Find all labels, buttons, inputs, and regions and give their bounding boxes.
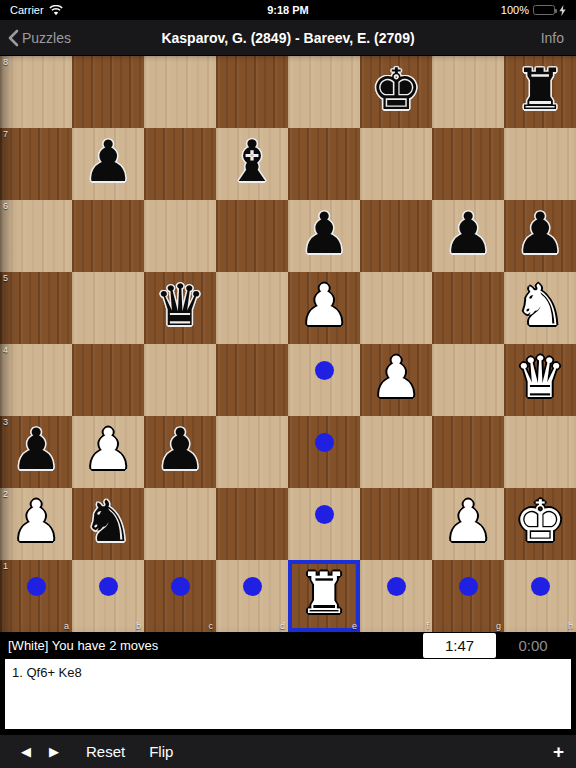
black-rook-h8: ♜ bbox=[514, 53, 565, 125]
square-f4[interactable]: ♟ bbox=[360, 344, 432, 416]
black-knight-b2: ♞ bbox=[82, 485, 133, 557]
square-f6[interactable] bbox=[360, 200, 432, 272]
square-h5[interactable]: ♞ bbox=[504, 272, 576, 344]
add-button[interactable]: + bbox=[553, 742, 564, 761]
square-a3[interactable]: 3♟ bbox=[0, 416, 72, 488]
square-b3[interactable]: ♟ bbox=[72, 416, 144, 488]
square-e4[interactable] bbox=[288, 344, 360, 416]
square-e2[interactable] bbox=[288, 488, 360, 560]
battery-icon bbox=[533, 5, 555, 15]
file-label-g: g bbox=[496, 621, 501, 631]
square-c8[interactable] bbox=[144, 56, 216, 128]
page-title: Kasparov, G. (2849) - Bareev, E. (2709) bbox=[0, 30, 576, 46]
chevron-left-icon bbox=[8, 29, 19, 47]
back-button[interactable]: Puzzles bbox=[0, 29, 71, 47]
ios-status-bar: Carrier 9:18 PM 100% bbox=[0, 0, 576, 20]
move-dot-a1 bbox=[27, 577, 46, 596]
square-a2[interactable]: 2♟ bbox=[0, 488, 72, 560]
square-e5[interactable]: ♟ bbox=[288, 272, 360, 344]
rank-label-8: 8 bbox=[3, 57, 8, 67]
square-c4[interactable] bbox=[144, 344, 216, 416]
rank-label-7: 7 bbox=[3, 129, 8, 139]
clock-label: 9:18 PM bbox=[0, 4, 576, 16]
square-a8[interactable]: 8 bbox=[0, 56, 72, 128]
square-f1[interactable]: f bbox=[360, 560, 432, 632]
square-d8[interactable] bbox=[216, 56, 288, 128]
square-f3[interactable] bbox=[360, 416, 432, 488]
square-h3[interactable] bbox=[504, 416, 576, 488]
square-h4[interactable]: ♛ bbox=[504, 344, 576, 416]
white-pawn-f4: ♟ bbox=[370, 341, 421, 413]
square-c2[interactable] bbox=[144, 488, 216, 560]
file-label-e: e bbox=[352, 621, 357, 631]
square-f2[interactable] bbox=[360, 488, 432, 560]
square-d2[interactable] bbox=[216, 488, 288, 560]
square-b5[interactable] bbox=[72, 272, 144, 344]
rank-label-6: 6 bbox=[3, 201, 8, 211]
charging-bolt-icon bbox=[559, 5, 566, 16]
square-c3[interactable]: ♟ bbox=[144, 416, 216, 488]
square-h8[interactable]: ♜ bbox=[504, 56, 576, 128]
step-forward-button[interactable]: ▶ bbox=[46, 744, 62, 759]
rank-label-2: 2 bbox=[3, 489, 8, 499]
black-pawn-a3: ♟ bbox=[10, 413, 61, 485]
square-a7[interactable]: 7 bbox=[0, 128, 72, 200]
black-pawn-h6: ♟ bbox=[514, 197, 565, 269]
white-rook-e1: ♜ bbox=[298, 557, 349, 629]
white-queen-h4: ♛ bbox=[514, 341, 565, 413]
nav-bar: Puzzles Kasparov, G. (2849) - Bareev, E.… bbox=[0, 20, 576, 56]
rank-label-4: 4 bbox=[3, 345, 8, 355]
move-list[interactable]: 1. Qf6+ Ke8 bbox=[5, 659, 571, 729]
white-pawn-g2: ♟ bbox=[442, 485, 493, 557]
rank-label-1: 1 bbox=[3, 561, 8, 571]
square-f5[interactable] bbox=[360, 272, 432, 344]
square-d7[interactable]: ♝ bbox=[216, 128, 288, 200]
square-e7[interactable] bbox=[288, 128, 360, 200]
square-c5[interactable]: ♛ bbox=[144, 272, 216, 344]
move-dot-g1 bbox=[459, 577, 478, 596]
file-label-a: a bbox=[64, 621, 69, 631]
square-b4[interactable] bbox=[72, 344, 144, 416]
square-d4[interactable] bbox=[216, 344, 288, 416]
move-dot-e4 bbox=[315, 361, 334, 380]
square-h2[interactable]: ♚ bbox=[504, 488, 576, 560]
white-king-h2: ♚ bbox=[514, 485, 565, 557]
black-clock: 0:00 bbox=[504, 637, 562, 654]
white-pawn-a2: ♟ bbox=[10, 485, 61, 557]
square-e3[interactable] bbox=[288, 416, 360, 488]
back-button-label: Puzzles bbox=[22, 30, 71, 46]
file-label-f: f bbox=[426, 621, 429, 631]
square-c7[interactable] bbox=[144, 128, 216, 200]
square-b8[interactable] bbox=[72, 56, 144, 128]
square-d5[interactable] bbox=[216, 272, 288, 344]
move-dot-e2 bbox=[315, 505, 334, 524]
square-b7[interactable]: ♟ bbox=[72, 128, 144, 200]
square-d6[interactable] bbox=[216, 200, 288, 272]
battery-percent-label: 100% bbox=[501, 4, 529, 16]
square-a6[interactable]: 6 bbox=[0, 200, 72, 272]
black-king-f8: ♚ bbox=[370, 53, 421, 125]
puzzle-status-row: [White] You have 2 moves 1:47 0:00 bbox=[0, 632, 576, 658]
black-pawn-c3: ♟ bbox=[154, 413, 205, 485]
square-a4[interactable]: 4 bbox=[0, 344, 72, 416]
move-dot-h1 bbox=[531, 577, 550, 596]
square-g8[interactable] bbox=[432, 56, 504, 128]
info-button[interactable]: Info bbox=[541, 30, 576, 46]
white-pawn-b3: ♟ bbox=[82, 413, 133, 485]
move-dot-e3 bbox=[315, 433, 334, 452]
square-a1[interactable]: 1a bbox=[0, 560, 72, 632]
square-b6[interactable] bbox=[72, 200, 144, 272]
square-d1[interactable]: d bbox=[216, 560, 288, 632]
black-queen-c5: ♛ bbox=[154, 269, 205, 341]
move-dot-b1 bbox=[99, 577, 118, 596]
square-d3[interactable] bbox=[216, 416, 288, 488]
square-g5[interactable] bbox=[432, 272, 504, 344]
black-pawn-g6: ♟ bbox=[442, 197, 493, 269]
bottom-toolbar: ◀ ▶ Reset Flip + bbox=[0, 735, 576, 768]
reset-button[interactable]: Reset bbox=[86, 743, 125, 760]
white-pawn-e5: ♟ bbox=[298, 269, 349, 341]
square-g2[interactable]: ♟ bbox=[432, 488, 504, 560]
square-c1[interactable]: c bbox=[144, 560, 216, 632]
square-h6[interactable]: ♟ bbox=[504, 200, 576, 272]
white-knight-h5: ♞ bbox=[514, 269, 565, 341]
square-h7[interactable] bbox=[504, 128, 576, 200]
move-dot-d1 bbox=[243, 577, 262, 596]
square-g7[interactable] bbox=[432, 128, 504, 200]
rank-label-5: 5 bbox=[3, 273, 8, 283]
move-dot-c1 bbox=[171, 577, 190, 596]
square-c6[interactable] bbox=[144, 200, 216, 272]
square-f8[interactable]: ♚ bbox=[360, 56, 432, 128]
file-label-d: d bbox=[280, 621, 285, 631]
flip-button[interactable]: Flip bbox=[149, 743, 173, 760]
square-a5[interactable]: 5 bbox=[0, 272, 72, 344]
square-g6[interactable]: ♟ bbox=[432, 200, 504, 272]
carrier-label: Carrier bbox=[10, 4, 44, 16]
white-clock: 1:47 bbox=[423, 633, 496, 658]
square-f7[interactable] bbox=[360, 128, 432, 200]
move-dot-f1 bbox=[387, 577, 406, 596]
square-e8[interactable] bbox=[288, 56, 360, 128]
chess-board: 8♚♜7♟♝6♟♟♟5♛♟♞4♟♛3♟♟♟2♟♞♟♚1abcde♜fgh bbox=[0, 56, 576, 632]
move-list-area: 1. Qf6+ Ke8 bbox=[0, 658, 576, 735]
square-b2[interactable]: ♞ bbox=[72, 488, 144, 560]
file-label-c: c bbox=[209, 621, 214, 631]
black-pawn-e6: ♟ bbox=[298, 197, 349, 269]
step-back-button[interactable]: ◀ bbox=[18, 744, 34, 759]
square-e1[interactable]: e♜ bbox=[288, 560, 360, 632]
square-g1[interactable]: g bbox=[432, 560, 504, 632]
turn-message: [White] You have 2 moves bbox=[8, 638, 158, 653]
square-e6[interactable]: ♟ bbox=[288, 200, 360, 272]
file-label-h: h bbox=[568, 621, 573, 631]
rank-label-3: 3 bbox=[3, 417, 8, 427]
square-g4[interactable] bbox=[432, 344, 504, 416]
file-label-b: b bbox=[136, 621, 141, 631]
square-g3[interactable] bbox=[432, 416, 504, 488]
square-h1[interactable]: h bbox=[504, 560, 576, 632]
black-pawn-b7: ♟ bbox=[82, 125, 133, 197]
square-b1[interactable]: b bbox=[72, 560, 144, 632]
wifi-icon bbox=[49, 5, 63, 16]
black-bishop-d7: ♝ bbox=[226, 125, 277, 197]
